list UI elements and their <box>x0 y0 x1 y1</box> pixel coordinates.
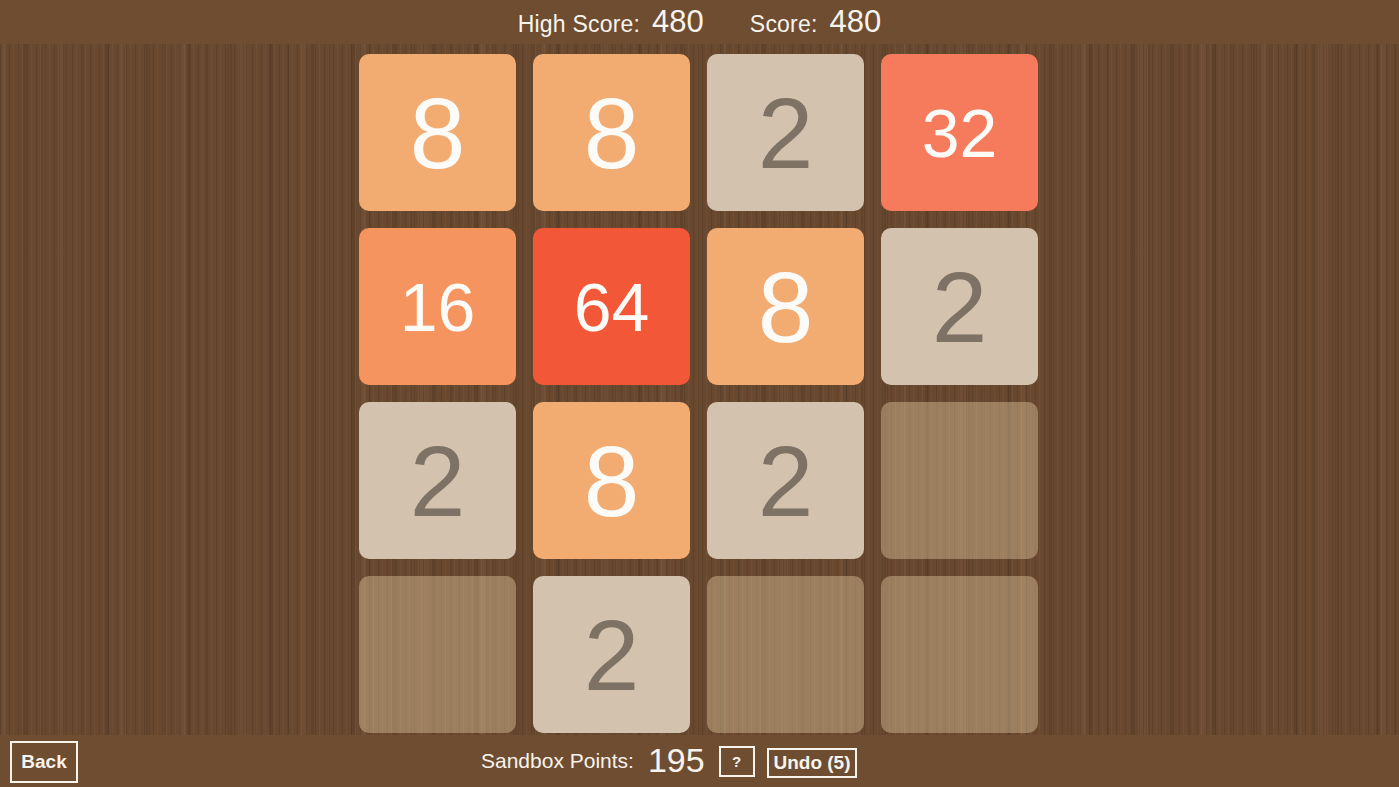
empty-cell <box>707 576 864 733</box>
tile-16: 16 <box>359 228 516 385</box>
tile-8: 8 <box>707 228 864 385</box>
tile-2: 2 <box>881 228 1038 385</box>
tile-8: 8 <box>533 402 690 559</box>
tile-8: 8 <box>359 54 516 211</box>
score-value: 480 <box>830 4 882 40</box>
empty-cell <box>881 402 1038 559</box>
tile-2: 2 <box>707 402 864 559</box>
tile-32: 32 <box>881 54 1038 211</box>
tile-8: 8 <box>533 54 690 211</box>
bottom-control-bar: Back Sandbox Points: 195 ? Undo (5) <box>0 735 1399 787</box>
tile-64: 64 <box>533 228 690 385</box>
tile-2: 2 <box>533 576 690 733</box>
score-group: Score: 480 <box>750 4 881 40</box>
score-label: Score: <box>750 11 818 38</box>
high-score-group: High Score: 480 <box>518 4 704 40</box>
empty-cell <box>359 576 516 733</box>
board[interactable]: 882321664822822 <box>359 54 1038 733</box>
tile-2: 2 <box>707 54 864 211</box>
empty-cell <box>881 576 1038 733</box>
high-score-label: High Score: <box>518 11 640 38</box>
sandbox-points-value: 195 <box>648 741 705 780</box>
undo-button[interactable]: Undo (5) <box>767 748 857 778</box>
back-button[interactable]: Back <box>10 741 78 783</box>
high-score-value: 480 <box>652 4 704 40</box>
top-score-bar: High Score: 480 Score: 480 <box>0 0 1399 44</box>
sandbox-points-group: Sandbox Points: 195 ? <box>481 735 755 787</box>
sandbox-points-label: Sandbox Points: <box>481 749 634 773</box>
help-button[interactable]: ? <box>719 746 755 777</box>
tile-2: 2 <box>359 402 516 559</box>
